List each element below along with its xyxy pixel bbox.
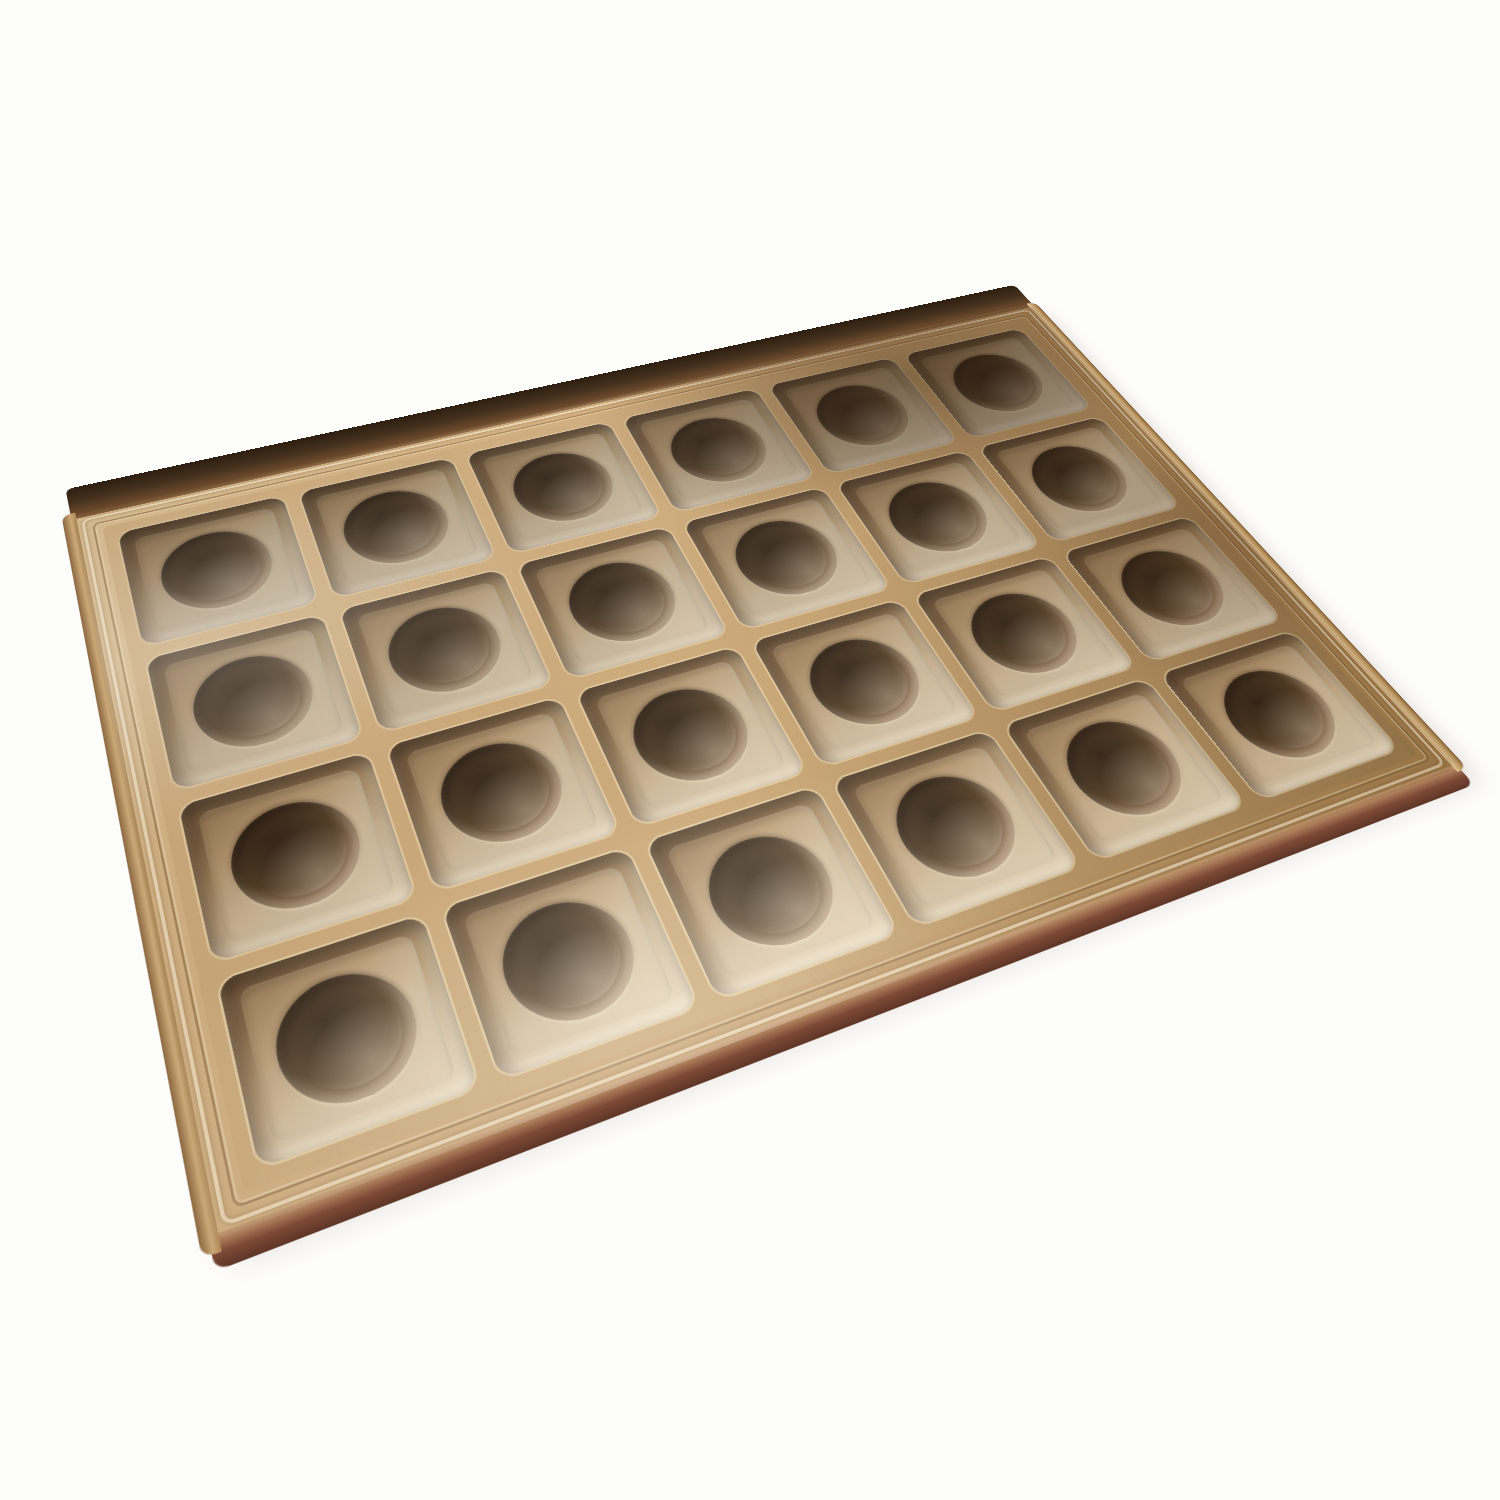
tray-cavity — [441, 847, 698, 1079]
round-recess — [876, 763, 1037, 892]
round-recess — [334, 482, 461, 574]
chocolate-tray — [73, 305, 1457, 1240]
round-recess — [872, 474, 1005, 561]
round-recess — [690, 822, 854, 962]
round-recess — [953, 583, 1097, 684]
round-recess — [501, 445, 627, 531]
round-recess — [555, 553, 691, 653]
round-recess — [1015, 438, 1146, 520]
round-recess — [377, 597, 515, 704]
round-recess — [617, 677, 766, 794]
round-recess — [487, 887, 653, 1039]
tray-cavity — [299, 458, 496, 598]
round-recess — [1102, 541, 1244, 636]
round-recess — [153, 522, 281, 620]
round-recess — [1046, 709, 1204, 828]
round-recess — [1203, 660, 1358, 771]
round-recess — [657, 410, 781, 491]
round-recess — [184, 644, 323, 760]
round-recess — [220, 788, 373, 926]
tray-cavity — [466, 422, 661, 553]
tray-cavity — [217, 914, 478, 1168]
round-recess — [263, 957, 431, 1123]
round-recess — [938, 348, 1059, 420]
tray-cavity — [517, 526, 728, 678]
product-photo-scene — [0, 0, 1500, 1500]
round-recess — [792, 628, 939, 737]
round-recess — [802, 378, 925, 454]
round-recess — [719, 512, 854, 605]
round-recess — [427, 730, 578, 857]
